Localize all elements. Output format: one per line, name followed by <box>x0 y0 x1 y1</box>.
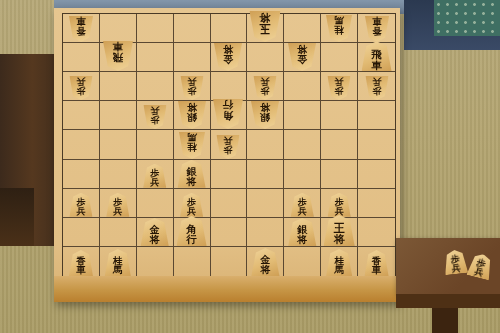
square-3-6[interactable] <box>284 160 321 189</box>
shogi-piece-gote[interactable]: 玉 将 <box>250 11 281 42</box>
shogi-piece-sente[interactable]: 銀 将 <box>178 160 206 188</box>
shogi-piece-sente[interactable]: 香 車 <box>69 250 93 276</box>
piece-kanji: 桂 馬 <box>334 256 344 276</box>
shogi-piece-gote[interactable]: 角 行 <box>213 99 243 129</box>
square-4-5[interactable] <box>247 130 284 159</box>
square-5-4[interactable]: 角 行 <box>211 101 248 130</box>
square-4-6[interactable] <box>247 160 284 189</box>
piece-kanji: 歩 兵 <box>335 76 344 95</box>
square-3-4[interactable] <box>284 101 321 130</box>
square-3-2[interactable]: 金 将 <box>284 43 321 72</box>
square-4-4[interactable]: 銀 将 <box>247 101 284 130</box>
piece-kanji: 金 将 <box>223 43 233 64</box>
piece-kanji: 香 車 <box>76 16 86 36</box>
square-9-4[interactable] <box>63 101 100 130</box>
square-5-5[interactable]: 歩 兵 <box>211 130 248 159</box>
shogi-piece-gote[interactable]: 金 将 <box>288 43 316 71</box>
piece-kanji: 歩 兵 <box>150 169 159 188</box>
square-5-2[interactable]: 金 将 <box>211 43 248 72</box>
piece-kanji: 香 車 <box>76 256 86 276</box>
shogi-piece-gote[interactable]: 香 車 <box>365 16 389 42</box>
square-2-6[interactable] <box>321 160 358 189</box>
square-7-3[interactable] <box>137 72 174 101</box>
shogi-piece-gote[interactable]: 金 将 <box>214 43 242 71</box>
square-5-6[interactable] <box>211 160 248 189</box>
shogi-piece-sente[interactable]: 歩 兵 <box>106 193 129 217</box>
square-6-4[interactable]: 銀 将 <box>174 101 211 130</box>
square-2-7[interactable]: 歩 兵 <box>321 189 358 218</box>
square-6-1[interactable] <box>174 14 211 43</box>
piece-kanji: 歩 兵 <box>335 198 344 217</box>
piece-kanji: 桂 馬 <box>187 132 197 152</box>
board-front-edge <box>54 276 400 302</box>
shogi-piece-gote[interactable]: 歩 兵 <box>143 105 166 129</box>
square-6-9[interactable] <box>174 247 211 276</box>
shogi-piece-gote[interactable]: 桂 馬 <box>179 132 205 159</box>
piece-kanji: 玉 将 <box>260 11 271 34</box>
shogi-piece-gote[interactable]: 桂 馬 <box>326 15 352 42</box>
shogi-piece-sente[interactable]: 桂 馬 <box>105 249 131 276</box>
square-8-2[interactable]: 飛 車 <box>100 43 137 72</box>
square-4-7[interactable] <box>247 189 284 218</box>
piece-kanji: 桂 馬 <box>334 15 344 35</box>
square-4-1[interactable]: 玉 将 <box>247 14 284 43</box>
square-8-5[interactable] <box>100 130 137 159</box>
square-9-1[interactable]: 香 車 <box>63 14 100 43</box>
shogi-piece-sente[interactable]: 歩 兵 <box>291 193 314 217</box>
square-5-9[interactable] <box>211 247 248 276</box>
square-4-8[interactable] <box>247 218 284 247</box>
square-3-9[interactable] <box>284 247 321 276</box>
piece-kanji: 歩 兵 <box>298 198 307 217</box>
piece-kanji: 歩 兵 <box>113 198 122 217</box>
square-7-2[interactable] <box>137 43 174 72</box>
square-8-6[interactable] <box>100 160 137 189</box>
piece-kanji: 飛 車 <box>113 41 124 63</box>
square-2-1[interactable]: 桂 馬 <box>321 14 358 43</box>
shogi-piece-sente[interactable]: 桂 馬 <box>326 249 352 276</box>
square-6-6[interactable]: 銀 将 <box>174 160 211 189</box>
piece-kanji: 歩 兵 <box>224 135 233 154</box>
square-8-9[interactable]: 桂 馬 <box>100 247 137 276</box>
square-7-1[interactable] <box>137 14 174 43</box>
green-zabuton <box>434 0 500 36</box>
shogi-piece-sente[interactable]: 角 行 <box>177 216 207 246</box>
square-7-9[interactable] <box>137 247 174 276</box>
shogi-piece-sente[interactable]: 王 将 <box>324 215 355 246</box>
square-7-5[interactable] <box>137 130 174 159</box>
square-7-6[interactable]: 歩 兵 <box>137 160 174 189</box>
square-6-5[interactable]: 桂 馬 <box>174 130 211 159</box>
piece-kanji: 歩 兵 <box>261 76 270 95</box>
piece-kanji: 飛 車 <box>371 49 382 71</box>
piece-kanji: 金 将 <box>260 255 270 276</box>
square-5-1[interactable] <box>211 14 248 43</box>
shogi-piece-gote[interactable]: 銀 将 <box>178 101 206 129</box>
shogi-piece-gote[interactable]: 飛 車 <box>103 41 133 71</box>
piece-kanji: 角 行 <box>223 99 234 121</box>
square-9-6[interactable] <box>63 160 100 189</box>
shogi-piece-sente[interactable]: 歩 兵 <box>328 193 351 217</box>
square-2-9[interactable]: 桂 馬 <box>321 247 358 276</box>
piece-kanji: 歩 兵 <box>76 198 85 217</box>
board-grid: 香 車玉 将桂 馬香 車飛 車金 将金 将飛 車歩 兵歩 兵歩 兵歩 兵歩 兵歩… <box>62 13 396 277</box>
square-9-8[interactable] <box>63 218 100 247</box>
piece-kanji: 香 車 <box>372 16 382 36</box>
square-2-5[interactable] <box>321 130 358 159</box>
square-3-1[interactable] <box>284 14 321 43</box>
piece-kanji: 銀 将 <box>187 101 197 122</box>
square-8-8[interactable] <box>100 218 137 247</box>
shogi-piece-gote[interactable]: 歩 兵 <box>69 76 92 100</box>
square-9-7[interactable]: 歩 兵 <box>63 189 100 218</box>
komadai-piece-stand: 歩 兵歩 兵 <box>396 238 500 333</box>
shogi-piece-sente[interactable]: 歩 兵 <box>143 164 166 188</box>
square-1-8[interactable] <box>358 218 395 247</box>
square-7-8[interactable]: 金 将 <box>137 218 174 247</box>
piece-kanji: 歩 兵 <box>150 105 159 124</box>
shogi-piece-sente[interactable]: 歩 兵 <box>180 193 203 217</box>
square-9-9[interactable]: 香 車 <box>63 247 100 276</box>
piece-kanji: 香 車 <box>372 256 382 276</box>
piece-kanji: 王 将 <box>334 223 345 246</box>
square-2-2[interactable] <box>321 43 358 72</box>
square-8-1[interactable] <box>100 14 137 43</box>
square-1-5[interactable] <box>358 130 395 159</box>
shogi-piece-sente[interactable]: 金 将 <box>141 218 169 246</box>
piece-kanji: 歩 兵 <box>450 255 461 275</box>
square-8-4[interactable] <box>100 101 137 130</box>
square-1-1[interactable]: 香 車 <box>358 14 395 43</box>
square-1-3[interactable]: 歩 兵 <box>358 72 395 101</box>
shogi-piece-sente[interactable]: 銀 将 <box>288 218 316 246</box>
wooden-chair-bar <box>0 188 34 246</box>
square-6-8[interactable]: 角 行 <box>174 218 211 247</box>
piece-kanji: 銀 将 <box>260 101 270 122</box>
shogi-piece-sente[interactable]: 歩 兵 <box>443 249 468 275</box>
square-8-7[interactable]: 歩 兵 <box>100 189 137 218</box>
piece-kanji: 銀 将 <box>187 167 197 188</box>
square-9-3[interactable]: 歩 兵 <box>63 72 100 101</box>
shogi-piece-sente[interactable]: 飛 車 <box>362 41 392 71</box>
piece-kanji: 銀 将 <box>297 225 307 246</box>
square-5-7[interactable] <box>211 189 248 218</box>
square-5-3[interactable] <box>211 72 248 101</box>
shogi-piece-gote[interactable]: 銀 将 <box>251 101 279 129</box>
piece-kanji: 金 将 <box>150 225 160 246</box>
piece-kanji: 歩 兵 <box>473 258 486 279</box>
square-4-2[interactable] <box>247 43 284 72</box>
square-1-6[interactable] <box>358 160 395 189</box>
piece-kanji: 金 将 <box>297 43 307 64</box>
square-9-2[interactable] <box>63 43 100 72</box>
square-5-8[interactable] <box>211 218 248 247</box>
square-7-4[interactable]: 歩 兵 <box>137 101 174 130</box>
piece-kanji: 歩 兵 <box>76 76 85 95</box>
shogi-piece-sente[interactable]: 金 将 <box>251 248 279 276</box>
square-4-3[interactable]: 歩 兵 <box>247 72 284 101</box>
square-6-2[interactable] <box>174 43 211 72</box>
square-3-7[interactable]: 歩 兵 <box>284 189 321 218</box>
shogi-piece-gote[interactable]: 歩 兵 <box>328 76 351 100</box>
square-1-7[interactable] <box>358 189 395 218</box>
piece-kanji: 角 行 <box>186 224 197 246</box>
square-1-2[interactable]: 飛 車 <box>358 43 395 72</box>
piece-kanji: 歩 兵 <box>187 198 196 217</box>
square-6-3[interactable]: 歩 兵 <box>174 72 211 101</box>
square-3-8[interactable]: 銀 将 <box>284 218 321 247</box>
square-7-7[interactable] <box>137 189 174 218</box>
piece-kanji: 歩 兵 <box>372 76 381 95</box>
shogi-piece-gote[interactable]: 歩 兵 <box>180 76 203 100</box>
square-3-5[interactable] <box>284 130 321 159</box>
square-4-9[interactable]: 金 将 <box>247 247 284 276</box>
piece-kanji: 桂 馬 <box>113 256 123 276</box>
square-3-3[interactable] <box>284 72 321 101</box>
square-2-8[interactable]: 王 将 <box>321 218 358 247</box>
captured-piece[interactable]: 歩 兵 <box>443 249 468 275</box>
shogi-piece-gote[interactable]: 歩 兵 <box>254 76 277 100</box>
piece-kanji: 歩 兵 <box>187 76 196 95</box>
square-9-5[interactable] <box>63 130 100 159</box>
shogi-piece-sente[interactable]: 香 車 <box>365 250 389 276</box>
shogi-piece-gote[interactable]: 香 車 <box>69 16 93 42</box>
square-6-7[interactable]: 歩 兵 <box>174 189 211 218</box>
shogi-board: 香 車玉 将桂 馬香 車飛 車金 将金 将飛 車歩 兵歩 兵歩 兵歩 兵歩 兵歩… <box>54 8 400 302</box>
shogi-piece-gote[interactable]: 歩 兵 <box>365 76 388 100</box>
shogi-piece-sente[interactable]: 歩 兵 <box>69 193 92 217</box>
komadai-front <box>396 294 500 308</box>
square-2-3[interactable]: 歩 兵 <box>321 72 358 101</box>
square-1-9[interactable]: 香 車 <box>358 247 395 276</box>
shogi-piece-gote[interactable]: 歩 兵 <box>217 135 240 159</box>
komadai-leg <box>432 308 458 333</box>
square-8-3[interactable] <box>100 72 137 101</box>
square-2-4[interactable] <box>321 101 358 130</box>
shogi-game-photo: 香 車玉 将桂 馬香 車飛 車金 将金 将飛 車歩 兵歩 兵歩 兵歩 兵歩 兵歩… <box>0 0 500 333</box>
square-1-4[interactable] <box>358 101 395 130</box>
